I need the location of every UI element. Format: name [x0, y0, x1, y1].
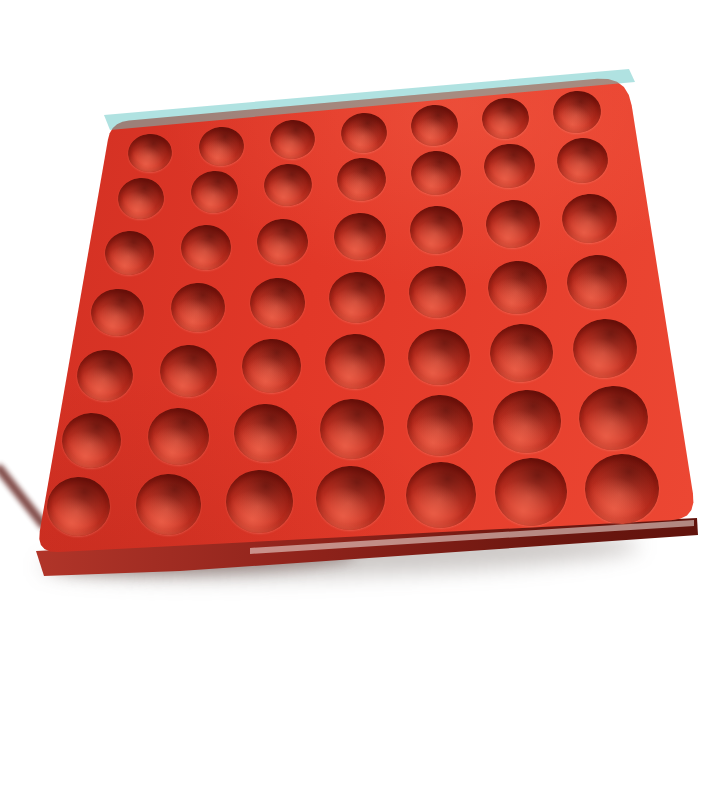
corner-shadow-streak: [0, 463, 49, 530]
scene: [0, 0, 720, 805]
